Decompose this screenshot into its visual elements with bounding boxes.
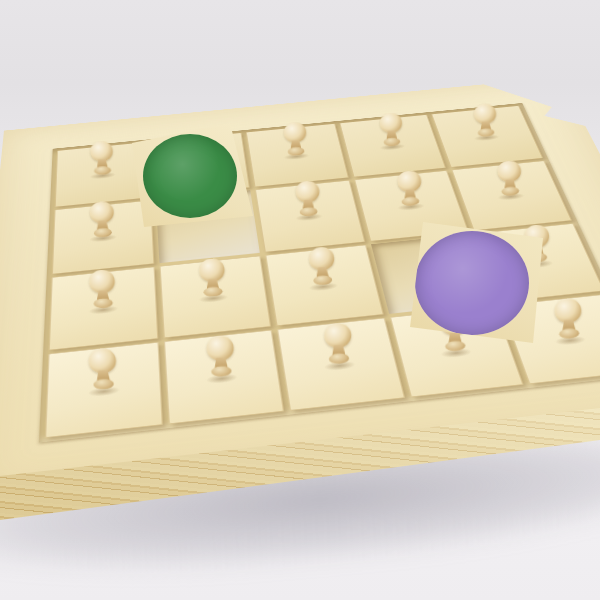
green-circle-felt — [143, 134, 237, 218]
facedown-tile-r4c1[interactable] — [45, 342, 162, 438]
knob-foot — [329, 353, 350, 364]
knob-foot — [94, 166, 111, 175]
facedown-tile-r4c3[interactable] — [277, 318, 405, 411]
tile-knob[interactable] — [292, 180, 323, 217]
knob-foot — [401, 196, 419, 206]
knob-foot — [559, 328, 580, 339]
tile-knob[interactable] — [551, 298, 586, 340]
tile-knob[interactable] — [494, 160, 525, 196]
slot-r4c1 — [45, 342, 162, 438]
slot-r4c2 — [164, 330, 285, 425]
knob-foot — [478, 128, 495, 137]
knob-foot — [383, 137, 400, 146]
knob-foot — [93, 379, 114, 390]
tile-knob[interactable] — [84, 348, 120, 391]
tile-knob[interactable] — [85, 269, 119, 309]
tile-knob[interactable] — [87, 140, 117, 175]
knob-foot — [287, 147, 304, 156]
tile-knob[interactable] — [394, 170, 425, 207]
tile-knob[interactable] — [305, 246, 338, 285]
knob-ball — [474, 103, 497, 124]
tile-knob[interactable] — [196, 258, 230, 298]
knob-foot — [299, 207, 317, 217]
knob-ball — [379, 112, 402, 133]
tile-knob[interactable] — [281, 121, 310, 156]
knob-foot — [501, 186, 519, 196]
tile-knob[interactable] — [86, 201, 118, 238]
knob-ball — [283, 122, 306, 143]
photo-scene — [0, 0, 600, 600]
knob-foot — [313, 275, 332, 285]
facedown-tile-r1c4[interactable] — [339, 115, 446, 178]
purple-circle-felt — [415, 231, 529, 335]
tile-knob[interactable] — [320, 323, 356, 365]
knob-foot — [445, 341, 466, 352]
knob-ball — [90, 140, 113, 162]
facedown-tile-r4c2[interactable] — [164, 330, 285, 425]
slot-r4c3 — [277, 318, 405, 411]
tile-knob[interactable] — [203, 335, 239, 377]
knob-foot — [93, 298, 113, 309]
knob-foot — [94, 228, 112, 238]
tile-knob[interactable] — [471, 103, 500, 137]
slot-r1c4 — [339, 115, 446, 178]
knob-foot — [211, 366, 232, 377]
tile-knob[interactable] — [376, 112, 405, 146]
knob-foot — [204, 287, 223, 297]
